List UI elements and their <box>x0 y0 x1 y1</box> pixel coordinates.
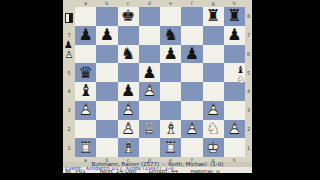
square-h7[interactable]: ♟ <box>224 26 245 45</box>
square-b4[interactable] <box>96 82 117 101</box>
rank-label: 8 <box>245 7 252 26</box>
square-b8[interactable] <box>96 7 117 26</box>
square-c8[interactable]: ♚ <box>118 7 139 26</box>
square-g6[interactable] <box>203 45 224 64</box>
file-label: a <box>75 0 96 7</box>
square-f8[interactable] <box>181 7 202 26</box>
rank-label: 5 <box>245 63 252 82</box>
black-pawn-e6: ♟ <box>163 46 177 62</box>
black-rook-g8: ♜ <box>206 8 220 24</box>
square-d1[interactable] <box>139 138 160 157</box>
rank-label: 1 <box>63 138 75 157</box>
captured-white-pawn: ♟♙ <box>64 45 74 56</box>
square-d3[interactable] <box>139 101 160 120</box>
square-c4[interactable]: ♟ <box>118 82 139 101</box>
square-f5[interactable] <box>181 63 202 82</box>
square-h8[interactable]: ♜ <box>224 7 245 26</box>
square-a6[interactable] <box>75 45 96 64</box>
white-knight-g2: ♞♘ <box>205 121 221 137</box>
square-e5[interactable] <box>160 63 181 82</box>
square-f4[interactable] <box>181 82 202 101</box>
white-pawn-c3: ♟♙ <box>120 102 136 118</box>
square-f2[interactable]: ♟♙ <box>181 120 202 139</box>
black-rook-h8: ♜ <box>227 8 241 24</box>
square-a5[interactable]: ♛ <box>75 63 96 82</box>
square-e2[interactable]: ♝♗ <box>160 120 181 139</box>
status-line: W: P01 Next 24.Qd6 Length: 44 Material: … <box>65 170 252 174</box>
square-c1[interactable]: ♝♗ <box>118 138 139 157</box>
rank-label: 2 <box>245 120 252 139</box>
white-pawn-h2: ♟♙ <box>226 121 242 137</box>
square-g8[interactable]: ♜ <box>203 7 224 26</box>
square-f6[interactable]: ♟ <box>181 45 202 64</box>
black-pawn-a7: ♟ <box>78 27 92 43</box>
square-d6[interactable] <box>139 45 160 64</box>
square-g3[interactable]: ♟♙ <box>203 101 224 120</box>
captured-white-knight: ♞♘ <box>236 70 246 81</box>
side-to-move-indicator <box>65 13 73 23</box>
file-label: f <box>181 0 202 7</box>
white-bishop-c1: ♝♗ <box>120 140 136 156</box>
white-rook-a1: ♜♖ <box>78 140 94 156</box>
square-b1[interactable] <box>96 138 117 157</box>
white-pawn-f2: ♟♙ <box>184 121 200 137</box>
rank-labels-right: 87654321 <box>245 7 252 157</box>
square-h3[interactable] <box>224 101 245 120</box>
rank-label: 6 <box>245 45 252 64</box>
captured-pieces-right: ♝♞♘ <box>236 58 246 82</box>
white-bishop-e2: ♝♗ <box>163 121 179 137</box>
square-a2[interactable] <box>75 120 96 139</box>
square-d5[interactable]: ♟ <box>139 63 160 82</box>
square-e1[interactable]: ♜♖ <box>160 138 181 157</box>
square-d8[interactable] <box>139 7 160 26</box>
square-c7[interactable] <box>118 26 139 45</box>
diagram-panel: abcdefgh 87654321 ♚♜♜♟♟♞♟♞♟♟♛♟♝♟♟♙♟♙♟♙♟♙… <box>63 0 252 173</box>
captured-black-pawn: ♟ <box>64 33 74 44</box>
square-d4[interactable]: ♟♙ <box>139 82 160 101</box>
rank-label: 4 <box>63 82 75 101</box>
square-c6[interactable]: ♞ <box>118 45 139 64</box>
square-e4[interactable] <box>160 82 181 101</box>
black-pawn-c4: ♟ <box>121 83 135 99</box>
white-rook-e1: ♜♖ <box>163 140 179 156</box>
square-a1[interactable]: ♜♖ <box>75 138 96 157</box>
square-h1[interactable] <box>224 138 245 157</box>
square-a3[interactable]: ♟♙ <box>75 101 96 120</box>
square-e8[interactable] <box>160 7 181 26</box>
white-pawn-c2: ♟♙ <box>120 121 136 137</box>
square-d7[interactable] <box>139 26 160 45</box>
rank-label: 4 <box>245 82 252 101</box>
black-king-c8: ♚ <box>121 8 135 24</box>
square-h2[interactable]: ♟♙ <box>224 120 245 139</box>
square-g5[interactable] <box>203 63 224 82</box>
white-pawn-icon: ♟♙ <box>64 50 74 60</box>
captured-pieces-left: ♟♟♙ <box>64 33 74 57</box>
square-a7[interactable]: ♟ <box>75 26 96 45</box>
square-b6[interactable] <box>96 45 117 64</box>
square-f3[interactable] <box>181 101 202 120</box>
black-pawn-d5: ♟ <box>142 65 156 81</box>
square-a8[interactable] <box>75 7 96 26</box>
square-b2[interactable] <box>96 120 117 139</box>
rank-label: 3 <box>245 101 252 120</box>
file-label: e <box>160 0 181 7</box>
rank-labels-left: 87654321 <box>63 7 75 157</box>
white-king-g1: ♚♔ <box>205 140 221 156</box>
black-bishop-a4: ♝ <box>78 83 92 99</box>
square-a4[interactable]: ♝ <box>75 82 96 101</box>
square-e7[interactable]: ♞ <box>160 26 181 45</box>
black-knight-e7: ♞ <box>163 27 177 43</box>
square-f7[interactable] <box>181 26 202 45</box>
file-label: d <box>139 0 160 7</box>
square-g7[interactable] <box>203 26 224 45</box>
square-e6[interactable]: ♟ <box>160 45 181 64</box>
square-g1[interactable]: ♚♔ <box>203 138 224 157</box>
square-c3[interactable]: ♟♙ <box>118 101 139 120</box>
square-g4[interactable] <box>203 82 224 101</box>
black-queen-a5: ♛ <box>78 65 92 81</box>
black-pawn-h7: ♟ <box>227 27 241 43</box>
captured-black-bishop: ♝ <box>236 58 246 69</box>
white-pawn-d4: ♟♙ <box>141 83 157 99</box>
caption-area: Buhmann, Rainer (2577) - Keith, Michael … <box>63 162 252 173</box>
white-knight-icon: ♞♘ <box>236 75 246 85</box>
square-b3[interactable] <box>96 101 117 120</box>
white-queen-d2: ♛♕ <box>141 121 157 137</box>
rank-label: 1 <box>245 138 252 157</box>
square-b5[interactable] <box>96 63 117 82</box>
square-c5[interactable] <box>118 63 139 82</box>
rank-label: 2 <box>63 120 75 139</box>
square-d2[interactable]: ♛♕ <box>139 120 160 139</box>
square-c2[interactable]: ♟♙ <box>118 120 139 139</box>
rank-label: 5 <box>63 63 75 82</box>
white-pawn-g3: ♟♙ <box>205 102 221 118</box>
black-knight-c6: ♞ <box>121 46 135 62</box>
square-f1[interactable] <box>181 138 202 157</box>
square-b7[interactable]: ♟ <box>96 26 117 45</box>
rank-label: 7 <box>245 26 252 45</box>
black-pawn-b7: ♟ <box>100 27 114 43</box>
chess-board: ♚♜♜♟♟♞♟♞♟♟♛♟♝♟♟♙♟♙♟♙♟♙♟♙♛♕♝♗♟♙♞♘♟♙♜♖♝♗♜♖… <box>75 7 245 157</box>
black-pawn-f6: ♟ <box>185 46 199 62</box>
rank-label: 3 <box>63 101 75 120</box>
square-g2[interactable]: ♞♘ <box>203 120 224 139</box>
white-pawn-a3: ♟♙ <box>78 102 94 118</box>
file-label: b <box>96 0 117 7</box>
square-e3[interactable] <box>160 101 181 120</box>
